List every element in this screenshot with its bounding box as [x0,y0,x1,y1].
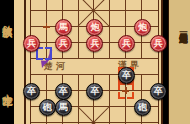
piece-black-pawn[interactable]: 卒 [55,83,72,100]
board-cell[interactable] [110,0,126,11]
board-cell[interactable] [94,59,110,75]
board-cell[interactable] [142,59,158,75]
piece-black-cannon[interactable]: 砲 [39,99,56,116]
piece-red-horse[interactable]: 馬 [55,19,72,36]
hint-square-marker [36,47,52,60]
board-cell[interactable] [110,107,126,123]
board-outer-border-right [161,0,163,124]
board-cell[interactable] [94,107,110,123]
piece-black-pawn[interactable]: 卒 [150,83,167,100]
board-cell[interactable] [94,123,110,124]
xiangqi-app-screenshot: 欲擒故纵 十步吃车 楚河 漢界 馬炮炮兵兵兵兵兵卒卒卒卒卒砲馬砲 第一种是炮二进… [0,0,190,124]
piece-black-horse[interactable]: 馬 [55,99,72,116]
board-cell[interactable] [47,0,63,11]
piece-black-pawn[interactable]: 卒 [118,67,135,84]
piece-black-pawn[interactable]: 卒 [23,83,40,100]
sidebar-right [168,0,190,124]
board-cell[interactable] [142,123,158,124]
board-cell[interactable] [142,0,158,11]
last-move-from-marker [118,83,134,99]
piece-red-pawn[interactable]: 兵 [150,35,167,52]
piece-black-cannon[interactable]: 砲 [134,99,151,116]
piece-red-pawn[interactable]: 兵 [118,35,135,52]
caption-left-top: 欲擒故纵 [1,17,14,21]
board-cell[interactable] [31,123,47,124]
piece-red-cannon[interactable]: 炮 [134,19,151,36]
board-cell[interactable] [63,123,79,124]
board-cell[interactable] [31,0,47,11]
xiangqi-board[interactable]: 楚河 漢界 馬炮炮兵兵兵兵兵卒卒卒卒卒砲馬砲 [14,0,163,124]
piece-red-pawn[interactable]: 兵 [55,35,72,52]
board-cell[interactable] [47,123,63,124]
board-outer-border-left [24,0,26,124]
star-point-icon [43,23,50,30]
board-cell[interactable] [110,11,126,27]
board-cell[interactable] [63,0,79,11]
board-cell[interactable] [126,123,142,124]
caption-left-bottom: 十步吃车 [1,86,14,90]
piece-red-pawn[interactable]: 兵 [23,35,40,52]
board-cell[interactable] [79,59,95,75]
board-cell[interactable] [110,123,126,124]
board-cell[interactable] [126,0,142,11]
